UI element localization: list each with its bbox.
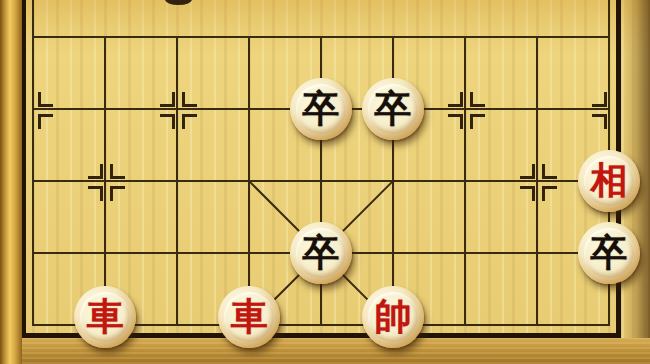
edge-file-line — [32, 0, 34, 325]
piece-character: 卒 — [303, 234, 340, 271]
piece-red-elephant[interactable]: 相 — [578, 150, 640, 212]
piece-face: 車 — [80, 292, 130, 342]
point-marker — [38, 114, 53, 129]
point-marker — [542, 186, 557, 201]
point-marker — [520, 164, 535, 179]
board-left-bevel — [0, 0, 22, 364]
point-marker — [182, 114, 197, 129]
piece-red-chariot[interactable]: 車 — [218, 286, 280, 348]
piece-character: 車 — [87, 298, 124, 335]
piece-black-soldier[interactable]: 卒 — [578, 222, 640, 284]
piece-face: 卒 — [368, 84, 418, 134]
point-marker — [470, 92, 485, 107]
point-marker — [470, 114, 485, 129]
piece-character: 卒 — [303, 90, 340, 127]
point-marker — [592, 92, 607, 107]
point-marker — [542, 164, 557, 179]
piece-black-soldier[interactable]: 卒 — [290, 78, 352, 140]
piece-face: 卒 — [296, 84, 346, 134]
piece-character: 卒 — [591, 234, 628, 271]
piece-face: 車 — [224, 292, 274, 342]
point-marker — [110, 164, 125, 179]
point-marker — [182, 92, 197, 107]
piece-character: 卒 — [375, 90, 412, 127]
point-marker — [160, 114, 175, 129]
point-marker — [88, 164, 103, 179]
piece-red-chariot[interactable]: 車 — [74, 286, 136, 348]
piece-black-soldier[interactable]: 卒 — [362, 78, 424, 140]
point-marker — [592, 114, 607, 129]
piece-black-soldier[interactable]: 卒 — [290, 222, 352, 284]
piece-face: 卒 — [296, 228, 346, 278]
piece-red-general[interactable]: 帥 — [362, 286, 424, 348]
piece-face: 帥 — [368, 292, 418, 342]
point-marker — [38, 92, 53, 107]
point-marker — [448, 114, 463, 129]
point-marker — [520, 186, 535, 201]
point-marker — [160, 92, 175, 107]
rank-line — [32, 180, 610, 182]
rank-line — [32, 36, 610, 38]
piece-character: 車 — [231, 298, 268, 335]
board-frame-left — [22, 0, 26, 338]
piece-character: 相 — [591, 162, 628, 199]
xiangqi-board[interactable]: 卒卒相卒卒車車帥 — [0, 0, 650, 364]
point-marker — [88, 186, 103, 201]
piece-face: 卒 — [584, 228, 634, 278]
piece-face: 相 — [584, 156, 634, 206]
point-marker — [448, 92, 463, 107]
point-marker — [110, 186, 125, 201]
piece-character: 帥 — [375, 298, 412, 335]
